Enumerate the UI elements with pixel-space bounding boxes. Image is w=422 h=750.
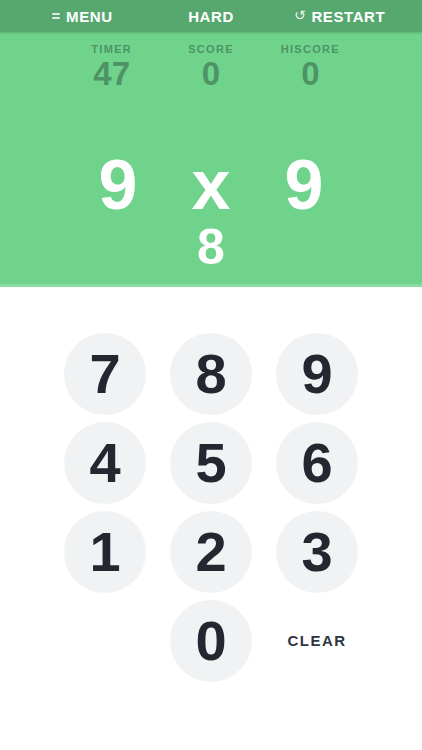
- key-6[interactable]: 6: [276, 422, 358, 504]
- keypad-empty-cell: [52, 596, 158, 685]
- app-root: MENU HARD ↺ RESTART TIMER 47 SCORE 0 HIS…: [0, 0, 422, 750]
- key-9[interactable]: 9: [276, 333, 358, 415]
- stats-row: TIMER 47 SCORE 0 HISCORE 0: [0, 32, 422, 92]
- menu-button[interactable]: MENU: [18, 8, 147, 25]
- timer-label: TIMER: [62, 42, 161, 56]
- operand-right: 9: [284, 150, 323, 220]
- key-0[interactable]: 0: [170, 600, 252, 682]
- restart-button[interactable]: ↺ RESTART: [275, 8, 404, 25]
- game-panel: TIMER 47 SCORE 0 HISCORE 0 9 x 9 8: [0, 32, 422, 287]
- answer-input-display: 8: [0, 221, 422, 273]
- score-value: 0: [161, 56, 260, 92]
- score-stat: SCORE 0: [161, 42, 260, 92]
- hiscore-value: 0: [261, 56, 360, 92]
- restart-icon: ↺: [294, 8, 306, 22]
- key-7[interactable]: 7: [64, 333, 146, 415]
- operand-left: 9: [99, 150, 138, 220]
- key-1[interactable]: 1: [64, 511, 146, 593]
- key-2[interactable]: 2: [170, 511, 252, 593]
- key-8[interactable]: 8: [170, 333, 252, 415]
- hiscore-label: HISCORE: [261, 42, 360, 56]
- top-bar: MENU HARD ↺ RESTART: [0, 0, 422, 32]
- difficulty-text: HARD: [188, 8, 234, 25]
- key-4[interactable]: 4: [64, 422, 146, 504]
- keypad: 7 8 9 4 5 6 1 2 3 0 CLEAR: [0, 329, 422, 685]
- hiscore-stat: HISCORE 0: [261, 42, 360, 92]
- difficulty-label: HARD: [147, 8, 276, 25]
- problem-display: 9 x 9: [0, 150, 422, 220]
- timer-stat: TIMER 47: [62, 42, 161, 92]
- timer-value: 47: [62, 56, 161, 92]
- hamburger-menu-icon: [52, 13, 60, 19]
- menu-button-label: MENU: [66, 8, 113, 25]
- clear-button[interactable]: CLEAR: [287, 632, 346, 649]
- key-3[interactable]: 3: [276, 511, 358, 593]
- key-5[interactable]: 5: [170, 422, 252, 504]
- score-label: SCORE: [161, 42, 260, 56]
- restart-button-label: RESTART: [311, 8, 385, 25]
- multiply-operator: x: [192, 150, 231, 220]
